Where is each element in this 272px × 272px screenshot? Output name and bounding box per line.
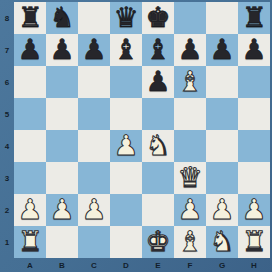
square-a8[interactable]: ♜ bbox=[14, 2, 46, 34]
square-c5[interactable] bbox=[78, 98, 110, 130]
square-f2[interactable]: ♟ bbox=[174, 194, 206, 226]
square-h3[interactable] bbox=[238, 162, 270, 194]
square-g4[interactable] bbox=[206, 130, 238, 162]
file-label-f: F bbox=[174, 258, 206, 272]
square-h2[interactable]: ♟ bbox=[238, 194, 270, 226]
square-a4[interactable] bbox=[14, 130, 46, 162]
square-a2[interactable]: ♟ bbox=[14, 194, 46, 226]
square-c2[interactable]: ♟ bbox=[78, 194, 110, 226]
rank-label-2: 2 bbox=[0, 194, 14, 226]
square-f1[interactable]: ♝ bbox=[174, 226, 206, 258]
square-b7[interactable]: ♟ bbox=[46, 34, 78, 66]
file-label-d: D bbox=[110, 258, 142, 272]
square-c4[interactable] bbox=[78, 130, 110, 162]
square-d8[interactable]: ♛ bbox=[110, 2, 142, 34]
file-label-c: C bbox=[78, 258, 110, 272]
white-pawn-c2[interactable]: ♟ bbox=[81, 194, 106, 226]
rank-label-3: 3 bbox=[0, 162, 14, 194]
square-d7[interactable]: ♝ bbox=[110, 34, 142, 66]
chess-board: ♜♞♛♚♜♟♟♟♝♝♟♟♟♟♝♟♞♛♟♟♟♟♟♟♜♚♝♞♜ bbox=[14, 2, 270, 258]
white-bishop-f6[interactable]: ♝ bbox=[177, 66, 202, 98]
file-label-g: G bbox=[206, 258, 238, 272]
square-d2[interactable] bbox=[110, 194, 142, 226]
black-pawn-h7[interactable]: ♟ bbox=[241, 34, 266, 66]
square-e4[interactable]: ♞ bbox=[142, 130, 174, 162]
square-e6[interactable]: ♟ bbox=[142, 66, 174, 98]
square-g1[interactable]: ♞ bbox=[206, 226, 238, 258]
square-h8[interactable]: ♜ bbox=[238, 2, 270, 34]
square-a6[interactable] bbox=[14, 66, 46, 98]
square-a3[interactable] bbox=[14, 162, 46, 194]
square-b4[interactable] bbox=[46, 130, 78, 162]
white-rook-a1[interactable]: ♜ bbox=[17, 226, 42, 258]
square-c1[interactable] bbox=[78, 226, 110, 258]
square-e8[interactable]: ♚ bbox=[142, 2, 174, 34]
square-h4[interactable] bbox=[238, 130, 270, 162]
square-b3[interactable] bbox=[46, 162, 78, 194]
file-label-a: A bbox=[14, 258, 46, 272]
white-queen-f3[interactable]: ♛ bbox=[177, 162, 202, 194]
square-h5[interactable] bbox=[238, 98, 270, 130]
white-pawn-g2[interactable]: ♟ bbox=[209, 194, 234, 226]
black-pawn-f7[interactable]: ♟ bbox=[177, 34, 202, 66]
black-king-e8[interactable]: ♚ bbox=[145, 2, 170, 34]
file-label-e: E bbox=[142, 258, 174, 272]
white-pawn-h2[interactable]: ♟ bbox=[241, 194, 266, 226]
white-pawn-a2[interactable]: ♟ bbox=[17, 194, 42, 226]
square-g8[interactable] bbox=[206, 2, 238, 34]
square-g3[interactable] bbox=[206, 162, 238, 194]
rank-label-7: 7 bbox=[0, 34, 14, 66]
square-g2[interactable]: ♟ bbox=[206, 194, 238, 226]
black-bishop-d7[interactable]: ♝ bbox=[113, 34, 138, 66]
square-d6[interactable] bbox=[110, 66, 142, 98]
square-c8[interactable] bbox=[78, 2, 110, 34]
white-knight-g1[interactable]: ♞ bbox=[209, 226, 234, 258]
black-pawn-a7[interactable]: ♟ bbox=[17, 34, 42, 66]
white-knight-e4[interactable]: ♞ bbox=[145, 130, 170, 162]
square-g6[interactable] bbox=[206, 66, 238, 98]
rank-label-6: 6 bbox=[0, 66, 14, 98]
square-d4[interactable]: ♟ bbox=[110, 130, 142, 162]
square-e1[interactable]: ♚ bbox=[142, 226, 174, 258]
chess-diagram: ♜♞♛♚♜♟♟♟♝♝♟♟♟♟♝♟♞♛♟♟♟♟♟♟♜♚♝♞♜ 87654321 A… bbox=[0, 0, 272, 272]
white-pawn-f2[interactable]: ♟ bbox=[177, 194, 202, 226]
square-b8[interactable]: ♞ bbox=[46, 2, 78, 34]
square-g5[interactable] bbox=[206, 98, 238, 130]
square-c6[interactable] bbox=[78, 66, 110, 98]
square-f7[interactable]: ♟ bbox=[174, 34, 206, 66]
file-label-h: H bbox=[238, 258, 270, 272]
rank-label-8: 8 bbox=[0, 2, 14, 34]
black-bishop-e7[interactable]: ♝ bbox=[145, 34, 170, 66]
square-b6[interactable] bbox=[46, 66, 78, 98]
square-e2[interactable] bbox=[142, 194, 174, 226]
square-b1[interactable] bbox=[46, 226, 78, 258]
square-f4[interactable] bbox=[174, 130, 206, 162]
white-king-e1[interactable]: ♚ bbox=[145, 226, 170, 258]
square-e5[interactable] bbox=[142, 98, 174, 130]
black-rook-h8[interactable]: ♜ bbox=[241, 2, 266, 34]
square-b5[interactable] bbox=[46, 98, 78, 130]
black-queen-d8[interactable]: ♛ bbox=[113, 2, 138, 34]
square-f3[interactable]: ♛ bbox=[174, 162, 206, 194]
black-pawn-b7[interactable]: ♟ bbox=[49, 34, 74, 66]
rank-label-5: 5 bbox=[0, 98, 14, 130]
black-pawn-g7[interactable]: ♟ bbox=[209, 34, 234, 66]
white-rook-h1[interactable]: ♜ bbox=[241, 226, 266, 258]
rank-label-4: 4 bbox=[0, 130, 14, 162]
black-pawn-e6[interactable]: ♟ bbox=[145, 66, 170, 98]
white-pawn-b2[interactable]: ♟ bbox=[49, 194, 74, 226]
square-g7[interactable]: ♟ bbox=[206, 34, 238, 66]
black-knight-b8[interactable]: ♞ bbox=[49, 2, 74, 34]
square-f6[interactable]: ♝ bbox=[174, 66, 206, 98]
square-d3[interactable] bbox=[110, 162, 142, 194]
square-f8[interactable] bbox=[174, 2, 206, 34]
square-e7[interactable]: ♝ bbox=[142, 34, 174, 66]
square-e3[interactable] bbox=[142, 162, 174, 194]
square-a7[interactable]: ♟ bbox=[14, 34, 46, 66]
rank-label-1: 1 bbox=[0, 226, 14, 258]
white-bishop-f1[interactable]: ♝ bbox=[177, 226, 202, 258]
black-rook-a8[interactable]: ♜ bbox=[17, 2, 42, 34]
square-c3[interactable] bbox=[78, 162, 110, 194]
white-pawn-d4[interactable]: ♟ bbox=[113, 130, 138, 162]
square-a1[interactable]: ♜ bbox=[14, 226, 46, 258]
square-c7[interactable]: ♟ bbox=[78, 34, 110, 66]
square-h1[interactable]: ♜ bbox=[238, 226, 270, 258]
square-d1[interactable] bbox=[110, 226, 142, 258]
square-h6[interactable] bbox=[238, 66, 270, 98]
square-d5[interactable] bbox=[110, 98, 142, 130]
file-label-b: B bbox=[46, 258, 78, 272]
square-h7[interactable]: ♟ bbox=[238, 34, 270, 66]
square-b2[interactable]: ♟ bbox=[46, 194, 78, 226]
black-pawn-c7[interactable]: ♟ bbox=[81, 34, 106, 66]
square-a5[interactable] bbox=[14, 98, 46, 130]
square-f5[interactable] bbox=[174, 98, 206, 130]
